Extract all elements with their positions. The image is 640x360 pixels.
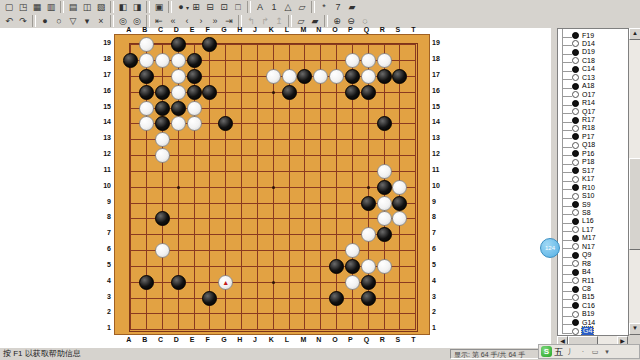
white-stone-c6 (155, 243, 170, 258)
row-label-left: 5 (99, 261, 111, 269)
star-point (272, 281, 275, 284)
col-label-bottom: S (395, 336, 400, 344)
move-coord-label: C16 (581, 302, 596, 310)
move-coord-label: R11 (581, 277, 595, 285)
row-label-right: 19 (432, 39, 440, 47)
toolbar-separator (60, 1, 64, 13)
col-label-top: T (411, 26, 415, 34)
vertical-scrollbar[interactable]: ▲ ▼ (628, 28, 640, 347)
white-stone-icon (572, 277, 579, 284)
black-stone-b16 (139, 85, 154, 100)
go-board[interactable]: ▲ (114, 34, 430, 335)
col-label-bottom: Q (364, 336, 369, 344)
white-stone-l17 (282, 69, 297, 84)
white-stone-icon (572, 74, 579, 81)
edit-mode-icon[interactable]: ▰ (345, 1, 359, 13)
row-label-right: 12 (432, 150, 440, 158)
scroll-down-icon[interactable]: ▼ (629, 323, 640, 335)
black-stone-e17 (187, 69, 202, 84)
toolbar: ▢◳▦▥▤◫▧◧◨▣●▾⊞⊟⊡□A1△▱*7▰ ↶↷●○▽▾×◎◎⇤«‹›»⇥↰… (0, 0, 640, 29)
move-coord-label: S10 (581, 192, 595, 200)
print-preview-icon[interactable]: ◫ (80, 1, 94, 13)
black-stone-c16 (155, 85, 170, 100)
view-custom-board-icon[interactable]: □ (231, 1, 245, 13)
row-label-left: 13 (99, 134, 111, 142)
delete-move-icon[interactable]: × (94, 15, 108, 27)
black-stone-d4 (171, 275, 186, 290)
mark-square-icon[interactable]: ▱ (295, 1, 309, 13)
row-label-left: 8 (99, 213, 111, 221)
col-label-bottom: E (190, 336, 195, 344)
black-stone-icon (572, 117, 579, 124)
row-label-left: 15 (99, 103, 111, 111)
move-coord-label: Q18 (581, 141, 596, 149)
star-point (272, 91, 275, 94)
col-label-top: F (205, 26, 209, 34)
white-stone-q17 (361, 69, 376, 84)
white-stone-e15 (187, 101, 202, 116)
move-coord-label: B15 (581, 293, 595, 301)
move-coord-label: P16 (581, 150, 595, 158)
black-stone-icon (572, 150, 579, 157)
white-stone-icon (572, 159, 579, 166)
print-icon[interactable]: ▤ (66, 1, 80, 13)
move-coord-label: Q17 (581, 108, 596, 116)
col-label-top: N (316, 26, 321, 34)
ime-logo-icon[interactable]: S (541, 346, 552, 357)
move-list-item-g4[interactable]: G4 (558, 327, 594, 336)
row-label-left: 10 (99, 182, 111, 190)
row-label-right: 10 (432, 182, 440, 190)
tree-branch-line (562, 325, 572, 334)
move-coord-label: P17 (581, 133, 595, 141)
col-label-bottom: G (221, 336, 226, 344)
play-white-icon[interactable]: ○ (52, 15, 66, 27)
row-label-left: 6 (99, 245, 111, 253)
black-stone-icon (572, 167, 579, 174)
black-stone-icon (572, 49, 579, 56)
row-label-right: 1 (432, 324, 436, 332)
row-label-right: 4 (432, 277, 436, 285)
col-label-top: B (142, 26, 147, 34)
scroll-up-icon[interactable]: ▲ (629, 28, 640, 40)
row-label-right: 2 (432, 308, 436, 316)
white-stone-r9 (377, 196, 392, 211)
toolbar-separator (168, 1, 172, 13)
ime-menu-icon[interactable]: ▾ (601, 346, 613, 357)
black-stone-icon (572, 66, 579, 73)
col-label-bottom: R (380, 336, 385, 344)
black-stone-q4 (361, 275, 376, 290)
col-label-top: O (332, 26, 337, 34)
move-coord-label: R17 (581, 116, 596, 124)
move-coord-label: L16 (581, 217, 595, 225)
black-stone-icon (572, 252, 579, 259)
white-stone-b15 (139, 101, 154, 116)
row-label-right: 3 (432, 293, 436, 301)
black-stone-q3 (361, 291, 376, 306)
white-stone-icon (572, 176, 579, 183)
black-stone-icon (572, 235, 579, 242)
col-label-top: Q (364, 26, 369, 34)
col-label-bottom: F (205, 336, 209, 344)
toolbar-separator (324, 15, 328, 27)
row-label-right: 14 (432, 118, 440, 126)
move-coord-label: M17 (581, 234, 597, 242)
row-label-left: 11 (99, 166, 111, 174)
move-coord-label: B4 (581, 268, 592, 276)
move-coord-label: C18 (581, 57, 596, 65)
row-label-left: 18 (99, 55, 111, 63)
black-stone-d15 (171, 101, 186, 116)
ime-mouse-icon[interactable]: · (577, 346, 589, 357)
black-stone-icon (572, 83, 579, 90)
overlay-badge[interactable]: 124 (540, 238, 560, 258)
white-stone-p6 (345, 243, 360, 258)
move-coord-label: A18 (581, 82, 595, 90)
undo-icon[interactable]: ↶ (2, 15, 16, 27)
white-stone-r18 (377, 53, 392, 68)
col-label-bottom: L (285, 336, 289, 344)
col-label-top: E (190, 26, 195, 34)
black-stone-q9 (361, 196, 376, 211)
star-point (272, 186, 275, 189)
col-label-top: S (395, 26, 400, 34)
white-stone-icon (572, 328, 579, 335)
ime-mode-label[interactable]: 五 (554, 346, 563, 358)
black-stone-l16 (282, 85, 297, 100)
status-move-counter: 显示: 第 64 手/共 64 手 (450, 349, 546, 359)
move-coord-label: D14 (581, 40, 596, 48)
move-coord-label: L17 (581, 226, 595, 234)
white-stone-icon (572, 193, 579, 200)
move-coord-label: O17 (581, 91, 596, 99)
toolbar-separator (247, 1, 251, 13)
row-label-right: 7 (432, 229, 436, 237)
white-stone-icon (572, 108, 579, 115)
white-stone-icon (572, 294, 579, 301)
move-coord-label: C14 (581, 65, 596, 73)
row-label-right: 13 (432, 134, 440, 142)
col-label-top: G (221, 26, 226, 34)
white-stone-o17 (329, 69, 344, 84)
ime-keyboard-icon[interactable]: ▭ (589, 346, 601, 357)
col-label-top: J (253, 26, 257, 34)
row-label-right: 17 (432, 71, 440, 79)
black-stone-icon (572, 218, 579, 225)
col-label-bottom: N (316, 336, 321, 344)
black-stone-icon (572, 302, 579, 309)
col-label-bottom: H (237, 336, 242, 344)
white-stone-d17 (171, 69, 186, 84)
copy-icon[interactable]: ◧ (116, 1, 130, 13)
row-label-right: 16 (432, 87, 440, 95)
black-stone-icon (572, 100, 579, 107)
col-label-bottom: M (300, 336, 306, 344)
col-label-top: K (269, 26, 274, 34)
black-stone-icon (572, 269, 579, 276)
options-icon[interactable]: ▣ (152, 1, 166, 13)
row-label-left: 2 (99, 308, 111, 316)
col-label-bottom: O (332, 336, 337, 344)
move-coord-label: C8 (581, 285, 592, 293)
black-stone-r7 (377, 227, 392, 242)
move-coord-label: Q9 (581, 251, 592, 259)
move-coord-label: N17 (581, 243, 596, 251)
col-label-top: R (380, 26, 385, 34)
pass-move-icon[interactable]: ▽ (66, 15, 80, 27)
row-label-left: 9 (99, 198, 111, 206)
col-label-bottom: T (411, 336, 415, 344)
move-coord-label: C13 (581, 74, 596, 82)
black-stone-c15 (155, 101, 170, 116)
black-stone-b4 (139, 275, 154, 290)
row-label-left: 19 (99, 39, 111, 47)
white-stone-g4: ▲ (218, 275, 233, 290)
move-tree-panel[interactable]: F19D14D19C18C14C13A18O17R14Q17R17R18P17Q… (557, 28, 628, 336)
white-stone-icon (572, 142, 579, 149)
black-stone-b17 (139, 69, 154, 84)
row-label-right: 15 (432, 103, 440, 111)
save-all-icon[interactable]: ▥ (44, 1, 58, 13)
move-coord-label: F19 (581, 32, 595, 40)
row-label-left: 14 (99, 118, 111, 126)
white-stone-q7 (361, 227, 376, 242)
move-coord-label: R10 (581, 184, 596, 192)
white-stone-q18 (361, 53, 376, 68)
move-coord-label: B19 (581, 310, 595, 318)
row-label-left: 7 (99, 229, 111, 237)
move-coord-label: R14 (581, 99, 596, 107)
white-stone-d18 (171, 53, 186, 68)
white-stone-icon (572, 40, 579, 47)
white-stone-icon (572, 260, 579, 267)
toolbar-separator (32, 15, 36, 27)
row-label-right: 6 (432, 245, 436, 253)
black-stone-d19 (171, 37, 186, 52)
save-file-icon[interactable]: ▦ (30, 1, 44, 13)
black-stone-icon (572, 319, 579, 326)
toolbar-separator (146, 1, 150, 13)
white-stone-icon (572, 226, 579, 233)
white-stone-p18 (345, 53, 360, 68)
star-point (177, 186, 180, 189)
vertical-scroll-thumb[interactable] (629, 158, 640, 250)
view-half-board-icon[interactable]: ⊟ (203, 1, 217, 13)
white-stone-r5 (377, 259, 392, 274)
redo-icon[interactable]: ↷ (16, 15, 30, 27)
toolbar-separator (311, 1, 315, 13)
black-stone-icon (572, 133, 579, 140)
white-stone-p4 (345, 275, 360, 290)
col-label-top: L (285, 26, 289, 34)
move-coord-label: K17 (581, 175, 595, 183)
toolbar-separator (110, 1, 114, 13)
col-label-bottom: K (269, 336, 274, 344)
move-coord-label: S8 (581, 209, 592, 217)
ime-pen-icon[interactable]: 丿 (565, 346, 577, 357)
toolbar-row-1: ▢◳▦▥▤◫▧◧◨▣●▾⊞⊟⊡□A1△▱*7▰ (2, 0, 359, 14)
white-stone-icon (572, 243, 579, 250)
board-client-area: ▲ 19191818171716161515141413131212111110… (0, 28, 551, 347)
star-point (367, 186, 370, 189)
toolbar-separator (110, 15, 114, 27)
open-file-icon[interactable]: ◳ (16, 1, 30, 13)
row-label-left: 12 (99, 150, 111, 158)
ime-language-bar[interactable]: S 五 丿·▭▾ (538, 344, 640, 359)
move-number-icon[interactable]: 7 (331, 1, 345, 13)
fast-forward-icon[interactable]: » (208, 15, 222, 27)
new-file-icon[interactable]: ▢ (2, 1, 16, 13)
row-label-left: 17 (99, 71, 111, 79)
col-label-bottom: D (174, 336, 179, 344)
white-stone-icon (572, 311, 579, 318)
black-stone-p5 (345, 259, 360, 274)
white-stone-q5 (361, 259, 376, 274)
black-stone-icon (572, 286, 579, 293)
mark-triangle-icon[interactable]: △ (281, 1, 295, 13)
white-stone-icon (572, 91, 579, 98)
row-label-left: 1 (99, 324, 111, 332)
black-stone-p16 (345, 85, 360, 100)
black-stone-e16 (187, 85, 202, 100)
move-coord-label: R8 (581, 260, 592, 268)
paste-icon[interactable]: ◨ (130, 1, 144, 13)
black-stone-p17 (345, 69, 360, 84)
view-full-board-icon[interactable]: ⊞ (189, 1, 203, 13)
black-stone-e18 (187, 53, 202, 68)
black-stone-icon (572, 32, 579, 39)
move-coord-label: P18 (581, 158, 595, 166)
black-stone-r17 (377, 69, 392, 84)
tools-icon[interactable]: * (317, 1, 331, 13)
view-quarter-board-icon[interactable]: ⊡ (217, 1, 231, 13)
page-setup-icon[interactable]: ▧ (94, 1, 108, 13)
black-stone-o5 (329, 259, 344, 274)
black-stone-q16 (361, 85, 376, 100)
col-label-top: A (126, 26, 131, 34)
last-move-triangle-icon: ▲ (222, 278, 229, 285)
row-label-right: 18 (432, 55, 440, 63)
move-coord-label: S9 (581, 201, 592, 209)
move-coord-label: S17 (581, 167, 595, 175)
black-stone-icon (572, 201, 579, 208)
move-coord-label: R18 (581, 124, 596, 132)
col-label-top: P (348, 26, 353, 34)
white-stone-icon (572, 57, 579, 64)
white-stone-d16 (171, 85, 186, 100)
white-stone-k17 (266, 69, 281, 84)
mark-letter-icon[interactable]: A (253, 1, 267, 13)
col-label-bottom: J (253, 336, 257, 344)
row-label-left: 3 (99, 293, 111, 301)
row-label-right: 8 (432, 213, 436, 221)
row-label-right: 9 (432, 198, 436, 206)
col-label-top: D (174, 26, 179, 34)
col-label-bottom: P (348, 336, 353, 344)
row-label-right: 11 (432, 166, 439, 174)
col-label-bottom: B (142, 336, 147, 344)
status-help-text: 按 F1 以获取帮助信息 (3, 349, 303, 359)
play-black-icon[interactable]: ● (38, 15, 52, 27)
black-stone-icon (572, 184, 579, 191)
col-label-top: C (158, 26, 163, 34)
white-stone-icon (572, 209, 579, 216)
mark-number-icon[interactable]: 1 (267, 1, 281, 13)
row-label-left: 4 (99, 277, 111, 285)
white-stone-icon (572, 125, 579, 132)
col-label-top: H (237, 26, 242, 34)
white-stone-c18 (155, 53, 170, 68)
move-coord-label: G4 (581, 326, 594, 336)
white-stone-c12 (155, 148, 170, 163)
col-label-bottom: A (126, 336, 131, 344)
white-stone-r11 (377, 164, 392, 179)
row-label-left: 16 (99, 87, 111, 95)
col-label-bottom: C (158, 336, 163, 344)
black-stone-r10 (377, 180, 392, 195)
col-label-top: M (300, 26, 306, 34)
black-stone-o3 (329, 291, 344, 306)
setup-dropdown-icon[interactable]: ▾ (80, 15, 94, 27)
move-coord-label: D19 (581, 48, 596, 56)
row-label-right: 5 (432, 261, 436, 269)
vertical-scroll-track[interactable] (629, 40, 640, 323)
